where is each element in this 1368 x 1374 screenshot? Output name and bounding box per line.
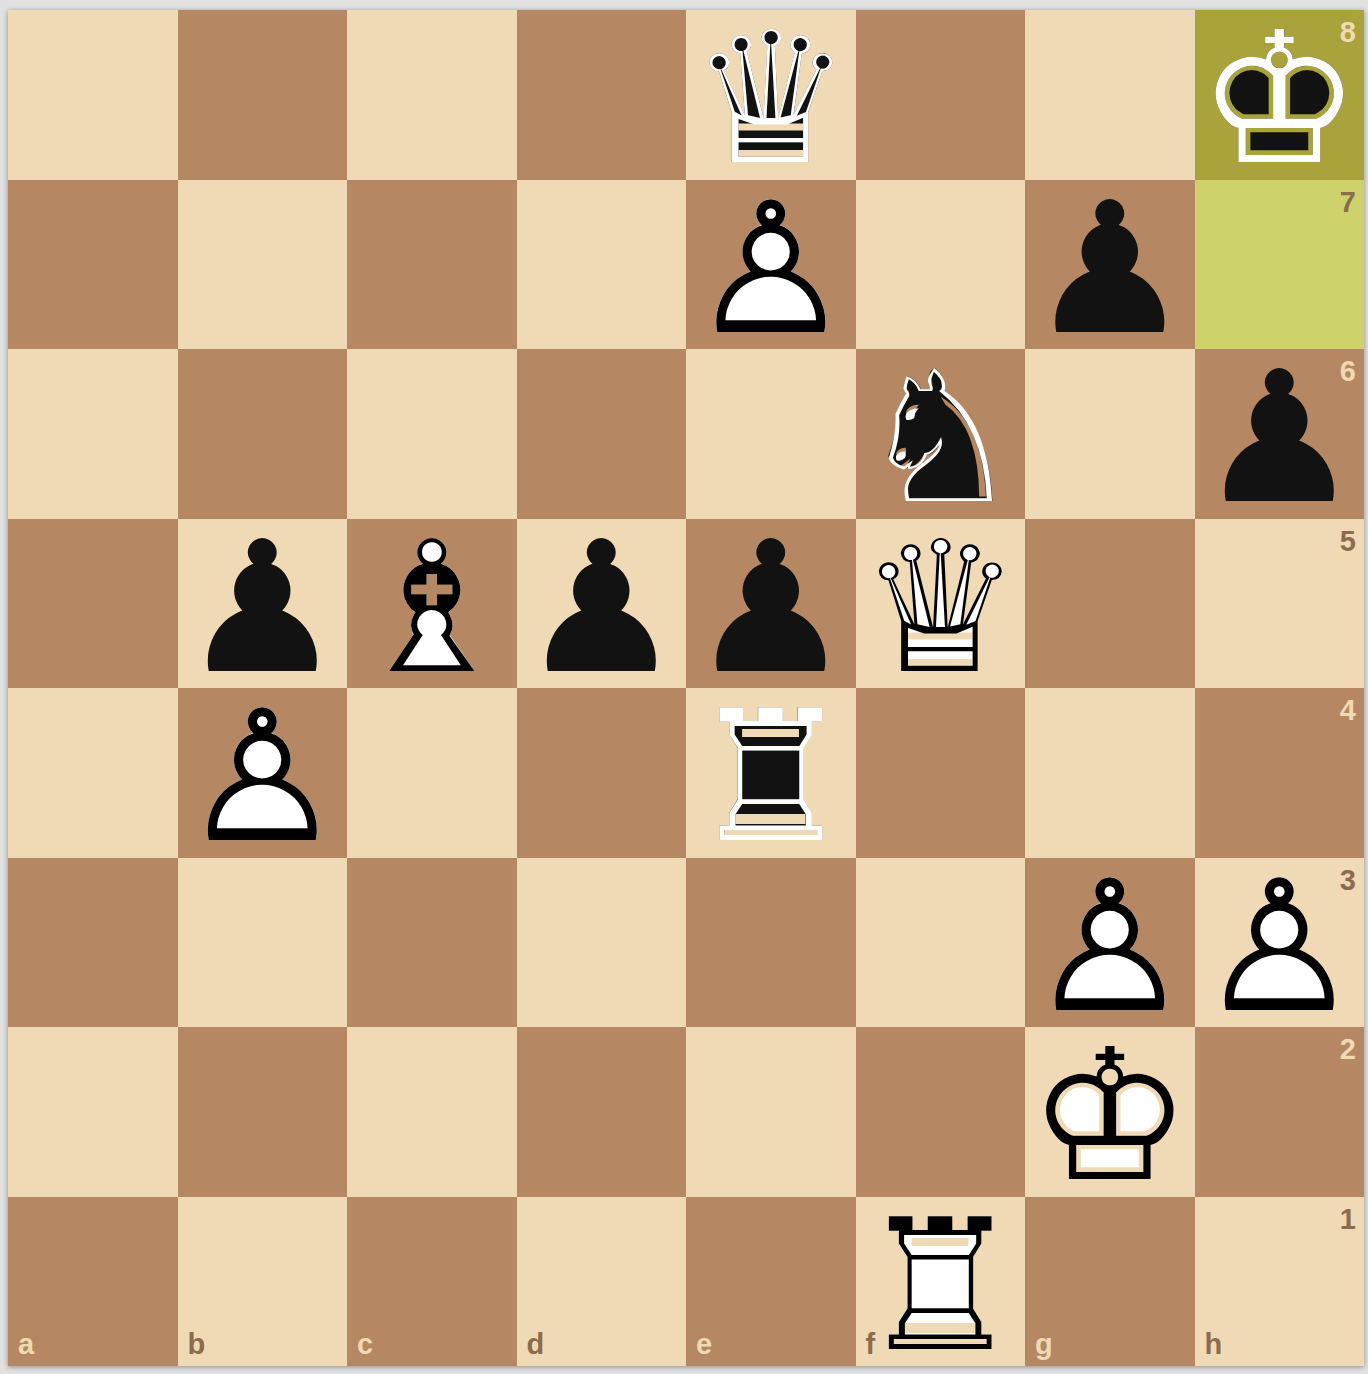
square-g6[interactable] (1025, 349, 1195, 519)
square-g3[interactable]: ♟♙ (1025, 858, 1195, 1028)
piece-white-pawn[interactable]: ♟♙ (686, 180, 856, 350)
square-g5[interactable] (1025, 519, 1195, 689)
piece-black-pawn[interactable]: ♟ (1025, 180, 1195, 350)
square-a1[interactable] (8, 1197, 178, 1367)
white-pawn-fill-glyph: ♟ (1195, 863, 1365, 1033)
square-c8[interactable] (347, 10, 517, 180)
black-queen-detail-glyph: ♕ (686, 15, 856, 185)
white-pawn-outline-glyph: ♙ (686, 185, 856, 355)
square-f2[interactable] (856, 1027, 1026, 1197)
square-f1[interactable]: ♜♖ (856, 1197, 1026, 1367)
black-pawn-fill-glyph: ♟ (686, 524, 856, 694)
square-e6[interactable] (686, 349, 856, 519)
black-rook-fill-glyph: ♜ (686, 693, 856, 863)
square-e8[interactable]: ♛♕ (686, 10, 856, 180)
piece-black-queen[interactable]: ♛♕ (686, 10, 856, 180)
square-h6[interactable]: ♟ (1195, 349, 1365, 519)
white-rook-outline-glyph: ♖ (856, 1202, 1026, 1372)
square-c3[interactable] (347, 858, 517, 1028)
black-pawn-fill-glyph: ♟ (1025, 185, 1195, 355)
square-b6[interactable] (178, 349, 348, 519)
square-d7[interactable] (517, 180, 687, 350)
piece-white-bishop[interactable]: ♝♗ (347, 519, 517, 689)
square-d1[interactable] (517, 1197, 687, 1367)
white-bishop-fill-glyph: ♝ (347, 524, 517, 694)
square-b8[interactable] (178, 10, 348, 180)
page-background: { "game": "chess", "position": { "fen": … (0, 0, 1368, 1374)
white-pawn-fill-glyph: ♟ (686, 185, 856, 355)
square-g4[interactable] (1025, 688, 1195, 858)
square-e2[interactable] (686, 1027, 856, 1197)
piece-black-king[interactable]: ♚♔ (1195, 10, 1365, 180)
piece-black-pawn[interactable]: ♟ (178, 519, 348, 689)
square-d5[interactable]: ♟ (517, 519, 687, 689)
square-b7[interactable] (178, 180, 348, 350)
square-g8[interactable] (1025, 10, 1195, 180)
square-h3[interactable]: ♟♙ (1195, 858, 1365, 1028)
piece-black-pawn[interactable]: ♟ (517, 519, 687, 689)
square-a6[interactable] (8, 349, 178, 519)
square-f5[interactable]: ♛♕ (856, 519, 1026, 689)
square-e5[interactable]: ♟ (686, 519, 856, 689)
black-pawn-fill-glyph: ♟ (517, 524, 687, 694)
square-e4[interactable]: ♜♖ (686, 688, 856, 858)
square-b4[interactable]: ♟♙ (178, 688, 348, 858)
square-h8[interactable]: ♚♔ (1195, 10, 1365, 180)
white-bishop-outline-glyph: ♗ (347, 524, 517, 694)
square-h5[interactable] (1195, 519, 1365, 689)
piece-white-king[interactable]: ♚♔ (1025, 1027, 1195, 1197)
piece-white-queen[interactable]: ♛♕ (856, 519, 1026, 689)
square-a8[interactable] (8, 10, 178, 180)
square-d4[interactable] (517, 688, 687, 858)
black-knight-detail-glyph: ♘ (856, 354, 1026, 524)
square-c4[interactable] (347, 688, 517, 858)
black-knight-fill-glyph: ♞ (856, 354, 1026, 524)
white-rook-fill-glyph: ♜ (856, 1202, 1026, 1372)
chess-board: ♛♕♚♔♟♙♟♞♘♟♟♝♗♟♟♛♕♟♙♜♖♟♙♟♙♚♔♜♖abcdefgh876… (8, 10, 1364, 1366)
black-rook-detail-glyph: ♖ (686, 693, 856, 863)
square-h2[interactable] (1195, 1027, 1365, 1197)
square-g2[interactable]: ♚♔ (1025, 1027, 1195, 1197)
square-e1[interactable] (686, 1197, 856, 1367)
square-f8[interactable] (856, 10, 1026, 180)
square-d8[interactable] (517, 10, 687, 180)
square-c1[interactable] (347, 1197, 517, 1367)
piece-white-pawn[interactable]: ♟♙ (1195, 858, 1365, 1028)
piece-black-rook[interactable]: ♜♖ (686, 688, 856, 858)
white-pawn-outline-glyph: ♙ (1195, 863, 1365, 1033)
white-queen-outline-glyph: ♕ (856, 524, 1026, 694)
square-c7[interactable] (347, 180, 517, 350)
square-c6[interactable] (347, 349, 517, 519)
square-e3[interactable] (686, 858, 856, 1028)
square-d2[interactable] (517, 1027, 687, 1197)
white-king-outline-glyph: ♔ (1025, 1032, 1195, 1202)
piece-black-knight[interactable]: ♞♘ (856, 349, 1026, 519)
square-b2[interactable] (178, 1027, 348, 1197)
piece-white-pawn[interactable]: ♟♙ (178, 688, 348, 858)
square-b1[interactable] (178, 1197, 348, 1367)
piece-white-pawn[interactable]: ♟♙ (1025, 858, 1195, 1028)
white-pawn-outline-glyph: ♙ (178, 693, 348, 863)
square-e7[interactable]: ♟♙ (686, 180, 856, 350)
square-c5[interactable]: ♝♗ (347, 519, 517, 689)
black-pawn-fill-glyph: ♟ (1195, 354, 1365, 524)
square-h4[interactable] (1195, 688, 1365, 858)
square-d3[interactable] (517, 858, 687, 1028)
square-g1[interactable] (1025, 1197, 1195, 1367)
square-h1[interactable] (1195, 1197, 1365, 1367)
black-pawn-fill-glyph: ♟ (178, 524, 348, 694)
square-a2[interactable] (8, 1027, 178, 1197)
square-g7[interactable]: ♟ (1025, 180, 1195, 350)
square-f7[interactable] (856, 180, 1026, 350)
square-d6[interactable] (517, 349, 687, 519)
black-king-fill-glyph: ♚ (1195, 15, 1365, 185)
square-b3[interactable] (178, 858, 348, 1028)
black-king-detail-glyph: ♔ (1195, 15, 1365, 185)
square-b5[interactable]: ♟ (178, 519, 348, 689)
square-c2[interactable] (347, 1027, 517, 1197)
piece-black-pawn[interactable]: ♟ (1195, 349, 1365, 519)
white-queen-fill-glyph: ♛ (856, 524, 1026, 694)
square-a5[interactable] (8, 519, 178, 689)
square-a4[interactable] (8, 688, 178, 858)
black-queen-fill-glyph: ♛ (686, 15, 856, 185)
piece-black-pawn[interactable]: ♟ (686, 519, 856, 689)
white-pawn-fill-glyph: ♟ (178, 693, 348, 863)
square-f6[interactable]: ♞♘ (856, 349, 1026, 519)
square-f3[interactable] (856, 858, 1026, 1028)
white-king-fill-glyph: ♚ (1025, 1032, 1195, 1202)
white-pawn-outline-glyph: ♙ (1025, 863, 1195, 1033)
square-h7[interactable] (1195, 180, 1365, 350)
square-f4[interactable] (856, 688, 1026, 858)
square-a3[interactable] (8, 858, 178, 1028)
white-pawn-fill-glyph: ♟ (1025, 863, 1195, 1033)
square-a7[interactable] (8, 180, 178, 350)
piece-white-rook[interactable]: ♜♖ (856, 1197, 1026, 1367)
